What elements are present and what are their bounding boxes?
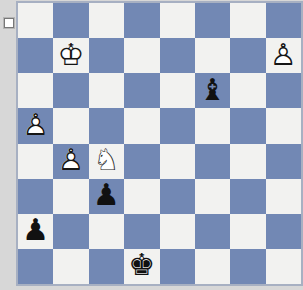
piece-black-pawn[interactable]: ♟ bbox=[89, 179, 124, 214]
square-h2[interactable] bbox=[266, 214, 301, 249]
square-g3[interactable] bbox=[230, 179, 265, 214]
square-g6[interactable] bbox=[230, 73, 265, 108]
square-g1[interactable] bbox=[230, 249, 265, 284]
square-a6[interactable] bbox=[18, 73, 53, 108]
square-a1[interactable] bbox=[18, 249, 53, 284]
square-f6[interactable]: ♝ bbox=[195, 73, 230, 108]
piece-white-pawn[interactable]: ♟♙ bbox=[266, 38, 301, 73]
square-h7[interactable]: ♟♙ bbox=[266, 38, 301, 73]
square-g4[interactable] bbox=[230, 144, 265, 179]
square-c7[interactable] bbox=[89, 38, 124, 73]
square-c5[interactable] bbox=[89, 108, 124, 143]
piece-white-pawn[interactable]: ♟♙ bbox=[53, 144, 88, 179]
piece-black-bishop[interactable]: ♝ bbox=[195, 73, 230, 108]
square-b3[interactable] bbox=[53, 179, 88, 214]
square-f7[interactable] bbox=[195, 38, 230, 73]
square-b4[interactable]: ♟♙ bbox=[53, 144, 88, 179]
square-e5[interactable] bbox=[160, 108, 195, 143]
square-e1[interactable] bbox=[160, 249, 195, 284]
square-d4[interactable] bbox=[124, 144, 159, 179]
square-b2[interactable] bbox=[53, 214, 88, 249]
square-e6[interactable] bbox=[160, 73, 195, 108]
square-h1[interactable] bbox=[266, 249, 301, 284]
square-b1[interactable] bbox=[53, 249, 88, 284]
square-d2[interactable] bbox=[124, 214, 159, 249]
square-h5[interactable] bbox=[266, 108, 301, 143]
piece-white-knight[interactable]: ♞♘ bbox=[89, 144, 124, 179]
piece-white-pawn[interactable]: ♟♙ bbox=[18, 108, 53, 143]
square-e2[interactable] bbox=[160, 214, 195, 249]
square-c8[interactable] bbox=[89, 3, 124, 38]
square-e3[interactable] bbox=[160, 179, 195, 214]
square-c6[interactable] bbox=[89, 73, 124, 108]
piece-white-king[interactable]: ♚♔ bbox=[53, 38, 88, 73]
square-g2[interactable] bbox=[230, 214, 265, 249]
square-e4[interactable] bbox=[160, 144, 195, 179]
square-g8[interactable] bbox=[230, 3, 265, 38]
piece-black-king[interactable]: ♚ bbox=[124, 249, 159, 284]
square-c3[interactable]: ♟ bbox=[89, 179, 124, 214]
square-a5[interactable]: ♟♙ bbox=[18, 108, 53, 143]
square-f3[interactable] bbox=[195, 179, 230, 214]
square-a7[interactable] bbox=[18, 38, 53, 73]
square-e7[interactable] bbox=[160, 38, 195, 73]
square-f1[interactable] bbox=[195, 249, 230, 284]
square-d1[interactable]: ♚ bbox=[124, 249, 159, 284]
square-d3[interactable] bbox=[124, 179, 159, 214]
square-b5[interactable] bbox=[53, 108, 88, 143]
square-c1[interactable] bbox=[89, 249, 124, 284]
square-d8[interactable] bbox=[124, 3, 159, 38]
piece-black-pawn[interactable]: ♟ bbox=[18, 214, 53, 249]
square-g5[interactable] bbox=[230, 108, 265, 143]
square-h4[interactable] bbox=[266, 144, 301, 179]
square-h6[interactable] bbox=[266, 73, 301, 108]
square-c4[interactable]: ♞♘ bbox=[89, 144, 124, 179]
checkbox[interactable] bbox=[4, 18, 14, 28]
square-f4[interactable] bbox=[195, 144, 230, 179]
square-f8[interactable] bbox=[195, 3, 230, 38]
square-f5[interactable] bbox=[195, 108, 230, 143]
square-a8[interactable] bbox=[18, 3, 53, 38]
square-c2[interactable] bbox=[89, 214, 124, 249]
square-b6[interactable] bbox=[53, 73, 88, 108]
square-a3[interactable] bbox=[18, 179, 53, 214]
square-f2[interactable] bbox=[195, 214, 230, 249]
square-a4[interactable] bbox=[18, 144, 53, 179]
square-d5[interactable] bbox=[124, 108, 159, 143]
chess-board: ♚♔♟♙♝♟♙♟♙♞♘♟♟♚ bbox=[16, 1, 303, 286]
square-h3[interactable] bbox=[266, 179, 301, 214]
square-h8[interactable] bbox=[266, 3, 301, 38]
square-d6[interactable] bbox=[124, 73, 159, 108]
square-b8[interactable] bbox=[53, 3, 88, 38]
square-e8[interactable] bbox=[160, 3, 195, 38]
square-g7[interactable] bbox=[230, 38, 265, 73]
square-a2[interactable]: ♟ bbox=[18, 214, 53, 249]
square-d7[interactable] bbox=[124, 38, 159, 73]
square-b7[interactable]: ♚♔ bbox=[53, 38, 88, 73]
